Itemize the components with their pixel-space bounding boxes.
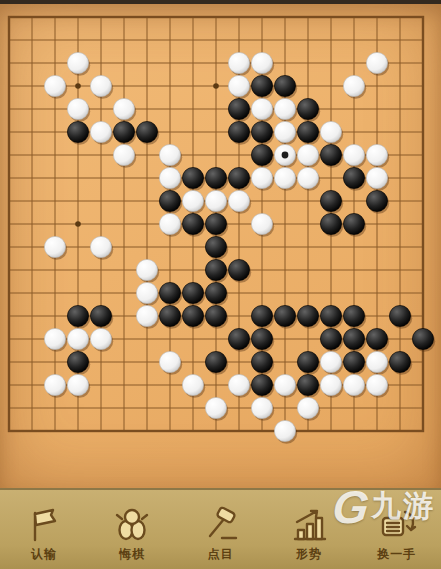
white-stone: [136, 305, 157, 326]
white-stone: [44, 236, 65, 257]
count-label: 点目: [207, 546, 233, 563]
white-stone: [320, 351, 341, 372]
black-stone: [251, 144, 272, 165]
black-stone: [228, 259, 249, 280]
white-stone: [343, 374, 364, 395]
black-stone: [90, 305, 111, 326]
white-stone: [297, 167, 318, 188]
black-stone: [228, 167, 249, 188]
black-stone: [228, 121, 249, 142]
swap-move-label: 换一手: [377, 546, 416, 563]
white-stone: [90, 121, 111, 142]
black-stone: [159, 282, 180, 303]
white-stone: [251, 397, 272, 418]
black-stone: [205, 259, 226, 280]
white-stone: [366, 167, 387, 188]
black-stone: [67, 305, 88, 326]
white-stone: [228, 374, 249, 395]
black-stone: [366, 190, 387, 211]
black-stone: [366, 328, 387, 349]
white-stone: [67, 374, 88, 395]
black-stone: [159, 190, 180, 211]
black-stone: [136, 121, 157, 142]
count-button[interactable]: 点目: [185, 506, 255, 563]
black-stone: [274, 75, 295, 96]
white-stone: [251, 52, 272, 73]
black-stone: [182, 213, 203, 234]
black-stone: [274, 305, 295, 326]
white-stone: [343, 144, 364, 165]
black-stone: [67, 351, 88, 372]
black-stone: [251, 328, 272, 349]
black-stone: [343, 328, 364, 349]
black-stone: [320, 305, 341, 326]
star-point: [75, 221, 81, 227]
white-stone: [343, 75, 364, 96]
white-stone: [44, 75, 65, 96]
black-stone: [251, 75, 272, 96]
go-board-panel[interactable]: [0, 4, 441, 488]
black-stone: [251, 305, 272, 326]
white-stone: [113, 98, 134, 119]
white-stone: [159, 351, 180, 372]
white-stone: [90, 75, 111, 96]
white-stone: [366, 144, 387, 165]
white-stone: [274, 98, 295, 119]
black-stone: [205, 282, 226, 303]
white-stone: [228, 75, 249, 96]
black-stone: [320, 190, 341, 211]
count-gavel-icon: [198, 506, 242, 544]
undo-label: 悔棋: [119, 546, 145, 563]
black-stone: [320, 213, 341, 234]
swap-move-button[interactable]: 换一手: [362, 506, 432, 563]
white-stone: [366, 52, 387, 73]
white-stone: [251, 98, 272, 119]
black-stone: [205, 305, 226, 326]
white-stone: [182, 374, 203, 395]
white-stone: [182, 190, 203, 211]
undo-stones-icon: [110, 506, 154, 544]
white-stone: [113, 144, 134, 165]
star-point: [75, 83, 81, 89]
white-stone: [274, 420, 295, 441]
white-stone: [90, 328, 111, 349]
swap-move-icon: [375, 506, 419, 544]
black-stone: [297, 121, 318, 142]
white-stone: [320, 374, 341, 395]
resign-flag-icon: [22, 506, 66, 544]
toolbar: 认输 悔棋 点目: [0, 488, 441, 569]
white-stone: [297, 397, 318, 418]
white-stone: [320, 121, 341, 142]
white-stone: [274, 374, 295, 395]
white-stone: [44, 374, 65, 395]
black-stone: [297, 351, 318, 372]
black-stone: [159, 305, 180, 326]
white-stone: [90, 236, 111, 257]
situation-chart-icon: [287, 506, 331, 544]
black-stone: [343, 351, 364, 372]
white-stone: [251, 213, 272, 234]
black-stone: [205, 236, 226, 257]
black-stone: [251, 374, 272, 395]
white-stone: [136, 259, 157, 280]
white-stone: [251, 167, 272, 188]
white-stone: [274, 167, 295, 188]
white-stone: [136, 282, 157, 303]
black-stone: [297, 305, 318, 326]
white-stone: [228, 190, 249, 211]
black-stone: [113, 121, 134, 142]
black-stone: [182, 167, 203, 188]
go-board-svg[interactable]: [0, 4, 441, 488]
black-stone: [389, 351, 410, 372]
black-stone: [251, 351, 272, 372]
black-stone: [228, 98, 249, 119]
last-move-marker: [282, 152, 289, 159]
undo-button[interactable]: 悔棋: [97, 506, 167, 563]
white-stone: [159, 213, 180, 234]
resign-button[interactable]: 认输: [9, 506, 79, 563]
star-point: [213, 83, 219, 89]
white-stone: [67, 328, 88, 349]
black-stone: [251, 121, 272, 142]
white-stone: [67, 98, 88, 119]
black-stone: [228, 328, 249, 349]
situation-label: 形势: [296, 546, 322, 563]
black-stone: [412, 328, 433, 349]
black-stone: [297, 374, 318, 395]
black-stone: [205, 167, 226, 188]
white-stone: [228, 52, 249, 73]
black-stone: [297, 98, 318, 119]
black-stone: [182, 282, 203, 303]
white-stone: [274, 121, 295, 142]
resign-label: 认输: [31, 546, 57, 563]
white-stone: [44, 328, 65, 349]
white-stone: [297, 144, 318, 165]
black-stone: [389, 305, 410, 326]
white-stone: [67, 52, 88, 73]
white-stone: [205, 397, 226, 418]
black-stone: [67, 121, 88, 142]
white-stone: [159, 144, 180, 165]
black-stone: [343, 167, 364, 188]
white-stone: [366, 374, 387, 395]
black-stone: [205, 351, 226, 372]
white-stone: [159, 167, 180, 188]
black-stone: [320, 328, 341, 349]
black-stone: [343, 213, 364, 234]
black-stone: [320, 144, 341, 165]
white-stone: [366, 351, 387, 372]
white-stone: [205, 190, 226, 211]
situation-button[interactable]: 形势: [274, 506, 344, 563]
black-stone: [343, 305, 364, 326]
black-stone: [182, 305, 203, 326]
black-stone: [205, 213, 226, 234]
